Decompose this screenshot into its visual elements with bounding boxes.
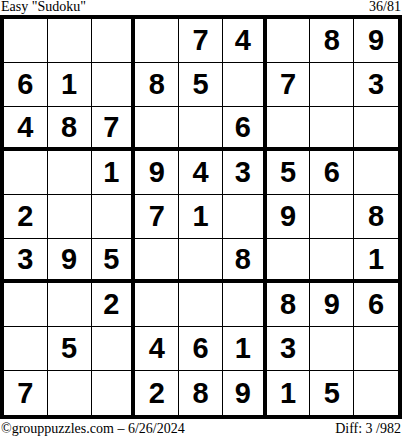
cell-r3c9[interactable] xyxy=(354,107,398,151)
cell-r1c2[interactable] xyxy=(48,19,92,63)
cell-r9c2[interactable] xyxy=(48,371,92,415)
cell-r6c1: 3 xyxy=(4,239,48,283)
cell-r4c1[interactable] xyxy=(4,151,48,195)
cell-r5c1: 2 xyxy=(4,195,48,239)
header: Easy "Sudoku" 36/81 xyxy=(0,0,402,15)
given-digit: 8 xyxy=(368,200,384,233)
cell-r3c3: 7 xyxy=(92,107,136,151)
given-digit: 3 xyxy=(235,156,251,189)
cell-r9c4: 2 xyxy=(135,371,179,415)
given-digit: 6 xyxy=(324,156,340,189)
given-digit: 3 xyxy=(17,243,33,276)
given-digit: 1 xyxy=(280,377,296,410)
cell-r4c2[interactable] xyxy=(48,151,92,195)
cell-r3c7[interactable] xyxy=(267,107,311,151)
cell-r9c9[interactable] xyxy=(354,371,398,415)
cell-r1c1[interactable] xyxy=(4,19,48,63)
cell-r8c9[interactable] xyxy=(354,327,398,371)
cell-r4c8: 6 xyxy=(310,151,354,195)
given-digit: 5 xyxy=(61,332,77,365)
given-digit: 4 xyxy=(235,24,251,57)
cell-r9c7: 1 xyxy=(267,371,311,415)
given-digit: 9 xyxy=(280,200,296,233)
given-digit: 3 xyxy=(280,332,296,365)
cell-r8c6: 1 xyxy=(223,327,267,371)
given-digit: 4 xyxy=(17,111,33,144)
cell-r2c9: 3 xyxy=(354,63,398,107)
cell-r6c2: 9 xyxy=(48,239,92,283)
given-digit: 8 xyxy=(61,111,77,144)
given-digit: 8 xyxy=(235,243,251,276)
cell-r1c6: 4 xyxy=(223,19,267,63)
cell-r3c2: 8 xyxy=(48,107,92,151)
cell-r7c1[interactable] xyxy=(4,283,48,327)
cell-r7c5[interactable] xyxy=(179,283,223,327)
given-digit: 7 xyxy=(17,377,33,410)
cell-r6c5[interactable] xyxy=(179,239,223,283)
cell-r6c8[interactable] xyxy=(310,239,354,283)
cell-r7c7: 8 xyxy=(267,283,311,327)
cell-r5c5: 1 xyxy=(179,195,223,239)
cell-r7c9: 6 xyxy=(354,283,398,327)
cell-r2c6[interactable] xyxy=(223,63,267,107)
cell-r4c7: 5 xyxy=(267,151,311,195)
given-digit: 9 xyxy=(368,24,384,57)
difficulty-label: Diff: 3 /982 xyxy=(335,421,401,437)
given-digit: 2 xyxy=(149,377,165,410)
cell-r2c7: 7 xyxy=(267,63,311,107)
given-digit: 1 xyxy=(103,156,119,189)
cell-r2c3[interactable] xyxy=(92,63,136,107)
cell-r5c3[interactable] xyxy=(92,195,136,239)
given-digit: 1 xyxy=(61,68,77,101)
cell-r8c8[interactable] xyxy=(310,327,354,371)
given-digit: 9 xyxy=(235,377,251,410)
given-digit: 6 xyxy=(192,332,208,365)
cell-r2c5: 5 xyxy=(179,63,223,107)
cell-r1c9: 9 xyxy=(354,19,398,63)
given-digit: 8 xyxy=(280,288,296,321)
cell-r7c8: 9 xyxy=(310,283,354,327)
cell-r5c9: 8 xyxy=(354,195,398,239)
given-digit: 2 xyxy=(103,288,119,321)
given-digit: 5 xyxy=(103,243,119,276)
cell-r6c6: 8 xyxy=(223,239,267,283)
given-digit: 4 xyxy=(192,156,208,189)
given-digit: 9 xyxy=(324,288,340,321)
cell-r6c3: 5 xyxy=(92,239,136,283)
cell-r6c4[interactable] xyxy=(135,239,179,283)
given-digit: 1 xyxy=(192,200,208,233)
cell-r5c7: 9 xyxy=(267,195,311,239)
cell-r8c1[interactable] xyxy=(4,327,48,371)
cell-r1c5: 7 xyxy=(179,19,223,63)
cell-r1c3[interactable] xyxy=(92,19,136,63)
cell-r8c4: 4 xyxy=(135,327,179,371)
given-digit: 5 xyxy=(280,156,296,189)
cell-r2c8[interactable] xyxy=(310,63,354,107)
cell-r9c6: 9 xyxy=(223,371,267,415)
given-digit: 8 xyxy=(324,24,340,57)
given-digit: 9 xyxy=(149,156,165,189)
cell-r5c2[interactable] xyxy=(48,195,92,239)
cell-r2c2: 1 xyxy=(48,63,92,107)
cell-r3c1: 4 xyxy=(4,107,48,151)
given-digit: 5 xyxy=(324,377,340,410)
cell-r1c4[interactable] xyxy=(135,19,179,63)
cell-r5c4: 7 xyxy=(135,195,179,239)
footer: ©grouppuzzles.com – 6/26/2024 Diff: 3 /9… xyxy=(0,419,402,437)
cell-r3c5[interactable] xyxy=(179,107,223,151)
cell-r2c4: 8 xyxy=(135,63,179,107)
cell-r3c6: 6 xyxy=(223,107,267,151)
copyright-credit: ©grouppuzzles.com – 6/26/2024 xyxy=(1,421,185,437)
cell-r4c6: 3 xyxy=(223,151,267,195)
given-digit: 7 xyxy=(192,24,208,57)
given-digit: 4 xyxy=(149,332,165,365)
cell-r2c1: 6 xyxy=(4,63,48,107)
sudoku-page: Easy "Sudoku" 36/81 74896185734876194356… xyxy=(0,0,402,437)
cell-r8c3[interactable] xyxy=(92,327,136,371)
cell-r7c4[interactable] xyxy=(135,283,179,327)
cell-r6c9: 1 xyxy=(354,239,398,283)
cell-r6c7[interactable] xyxy=(267,239,311,283)
given-digit: 7 xyxy=(280,68,296,101)
cell-r8c7: 3 xyxy=(267,327,311,371)
given-digit: 6 xyxy=(368,288,384,321)
cell-r3c4[interactable] xyxy=(135,107,179,151)
given-digit: 7 xyxy=(103,111,119,144)
cell-r4c9[interactable] xyxy=(354,151,398,195)
cell-r1c8: 8 xyxy=(310,19,354,63)
given-digit: 3 xyxy=(368,68,384,101)
given-digit: 7 xyxy=(149,200,165,233)
cell-r5c8[interactable] xyxy=(310,195,354,239)
given-digit: 2 xyxy=(17,200,33,233)
cell-r5c6[interactable] xyxy=(223,195,267,239)
cell-r7c6[interactable] xyxy=(223,283,267,327)
puzzle-title: Easy "Sudoku" xyxy=(1,0,86,14)
cell-r3c8[interactable] xyxy=(310,107,354,151)
given-digit: 1 xyxy=(235,332,251,365)
cells-remaining-counter: 36/81 xyxy=(369,0,401,14)
cell-r1c7[interactable] xyxy=(267,19,311,63)
cell-r7c2[interactable] xyxy=(48,283,92,327)
given-digit: 6 xyxy=(235,111,251,144)
cell-r9c3[interactable] xyxy=(92,371,136,415)
cell-r9c8: 5 xyxy=(310,371,354,415)
cell-r8c2: 5 xyxy=(48,327,92,371)
given-digit: 8 xyxy=(149,68,165,101)
cell-r4c4: 9 xyxy=(135,151,179,195)
given-digit: 6 xyxy=(17,68,33,101)
cell-r8c5: 6 xyxy=(179,327,223,371)
cell-r4c5: 4 xyxy=(179,151,223,195)
cell-r9c5: 8 xyxy=(179,371,223,415)
given-digit: 1 xyxy=(368,243,384,276)
given-digit: 5 xyxy=(192,68,208,101)
given-digit: 8 xyxy=(192,377,208,410)
given-digit: 9 xyxy=(61,243,77,276)
cell-r4c3: 1 xyxy=(92,151,136,195)
cell-r9c1: 7 xyxy=(4,371,48,415)
cell-r7c3: 2 xyxy=(92,283,136,327)
sudoku-board: 7489618573487619435627198395812896546137… xyxy=(0,15,402,419)
